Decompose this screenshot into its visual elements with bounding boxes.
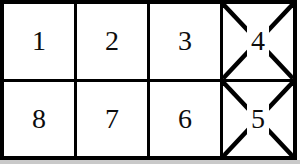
cell-r2c3: 6 <box>150 82 220 157</box>
cell-number: 5 <box>247 104 269 134</box>
scan-edge-shadow <box>0 160 300 164</box>
cell-r1c4: 4 <box>223 4 293 79</box>
cell-r2c1: 8 <box>4 82 74 157</box>
cell-r1c3: 3 <box>150 4 220 79</box>
cell-number: 7 <box>101 104 123 134</box>
cell-number: 2 <box>101 26 123 56</box>
cell-number: 1 <box>28 26 50 56</box>
cell-r2c2: 7 <box>77 82 147 157</box>
cell-number: 6 <box>174 104 196 134</box>
cell-r1c1: 1 <box>4 4 74 79</box>
grid-diagram: 1 2 3 4 8 7 6 5 <box>0 0 300 164</box>
cell-number: 8 <box>28 104 50 134</box>
cell-number: 4 <box>247 26 269 56</box>
number-grid-board: 1 2 3 4 8 7 6 5 <box>0 0 297 160</box>
cell-r1c2: 2 <box>77 4 147 79</box>
cell-r2c4: 5 <box>223 82 293 157</box>
cell-number: 3 <box>174 26 196 56</box>
